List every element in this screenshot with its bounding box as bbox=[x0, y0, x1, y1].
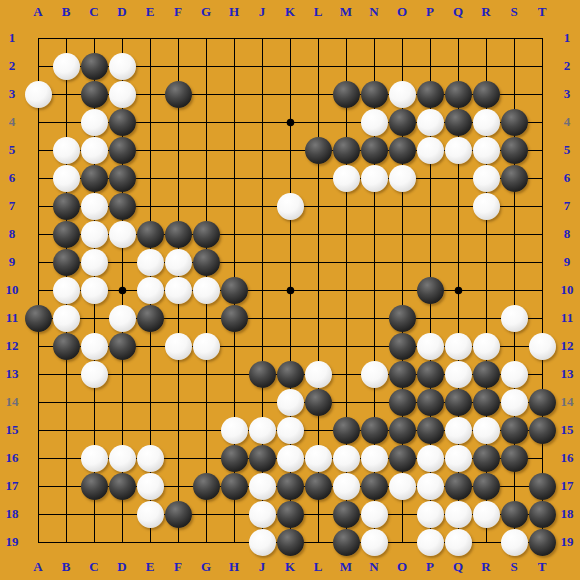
intersection[interactable] bbox=[136, 416, 164, 444]
intersection[interactable] bbox=[248, 220, 276, 248]
intersection[interactable] bbox=[360, 24, 388, 52]
intersection[interactable] bbox=[500, 24, 528, 52]
intersection[interactable] bbox=[528, 80, 556, 108]
intersection[interactable] bbox=[276, 472, 304, 500]
intersection[interactable] bbox=[472, 388, 500, 416]
intersection[interactable] bbox=[192, 276, 220, 304]
intersection[interactable] bbox=[248, 192, 276, 220]
intersection[interactable] bbox=[248, 108, 276, 136]
intersection[interactable] bbox=[24, 388, 52, 416]
intersection[interactable] bbox=[220, 80, 248, 108]
intersection[interactable] bbox=[472, 192, 500, 220]
intersection[interactable] bbox=[80, 304, 108, 332]
intersection[interactable] bbox=[80, 136, 108, 164]
intersection[interactable] bbox=[248, 164, 276, 192]
intersection[interactable] bbox=[108, 136, 136, 164]
intersection[interactable] bbox=[164, 276, 192, 304]
intersection[interactable] bbox=[80, 416, 108, 444]
intersection[interactable] bbox=[444, 416, 472, 444]
intersection[interactable] bbox=[80, 528, 108, 556]
intersection[interactable] bbox=[136, 360, 164, 388]
intersection[interactable] bbox=[52, 332, 80, 360]
intersection[interactable] bbox=[80, 80, 108, 108]
intersection[interactable] bbox=[276, 24, 304, 52]
intersection[interactable] bbox=[304, 444, 332, 472]
intersection[interactable] bbox=[52, 108, 80, 136]
intersection[interactable] bbox=[80, 220, 108, 248]
intersection[interactable] bbox=[192, 80, 220, 108]
intersection[interactable] bbox=[80, 248, 108, 276]
intersection[interactable] bbox=[164, 444, 192, 472]
intersection[interactable] bbox=[192, 24, 220, 52]
intersection[interactable] bbox=[360, 444, 388, 472]
intersection[interactable] bbox=[248, 52, 276, 80]
intersection[interactable] bbox=[108, 52, 136, 80]
intersection[interactable] bbox=[276, 192, 304, 220]
intersection[interactable] bbox=[528, 276, 556, 304]
intersection[interactable] bbox=[388, 192, 416, 220]
intersection[interactable] bbox=[276, 528, 304, 556]
intersection[interactable] bbox=[192, 248, 220, 276]
intersection[interactable] bbox=[192, 472, 220, 500]
intersection[interactable] bbox=[192, 332, 220, 360]
intersection[interactable] bbox=[164, 332, 192, 360]
intersection[interactable] bbox=[304, 416, 332, 444]
intersection[interactable] bbox=[164, 52, 192, 80]
intersection[interactable] bbox=[276, 108, 304, 136]
intersection[interactable] bbox=[52, 500, 80, 528]
intersection[interactable] bbox=[52, 360, 80, 388]
intersection[interactable] bbox=[500, 192, 528, 220]
intersection[interactable] bbox=[248, 360, 276, 388]
intersection[interactable] bbox=[500, 80, 528, 108]
intersection[interactable] bbox=[220, 108, 248, 136]
intersection[interactable] bbox=[332, 164, 360, 192]
intersection[interactable] bbox=[276, 276, 304, 304]
intersection[interactable] bbox=[164, 416, 192, 444]
intersection[interactable] bbox=[52, 472, 80, 500]
intersection[interactable] bbox=[276, 248, 304, 276]
intersection[interactable] bbox=[192, 192, 220, 220]
intersection[interactable] bbox=[528, 416, 556, 444]
intersection[interactable] bbox=[220, 500, 248, 528]
intersection[interactable] bbox=[332, 136, 360, 164]
intersection[interactable] bbox=[108, 164, 136, 192]
intersection[interactable] bbox=[528, 24, 556, 52]
intersection[interactable] bbox=[332, 332, 360, 360]
intersection[interactable] bbox=[416, 472, 444, 500]
intersection[interactable] bbox=[444, 444, 472, 472]
intersection[interactable] bbox=[416, 360, 444, 388]
intersection[interactable] bbox=[220, 444, 248, 472]
intersection[interactable] bbox=[192, 52, 220, 80]
intersection[interactable] bbox=[192, 388, 220, 416]
intersection[interactable] bbox=[136, 80, 164, 108]
intersection[interactable] bbox=[304, 108, 332, 136]
intersection[interactable] bbox=[500, 52, 528, 80]
intersection[interactable] bbox=[80, 500, 108, 528]
intersection[interactable] bbox=[52, 24, 80, 52]
intersection[interactable] bbox=[220, 360, 248, 388]
intersection[interactable] bbox=[528, 164, 556, 192]
intersection[interactable] bbox=[276, 360, 304, 388]
intersection[interactable] bbox=[304, 52, 332, 80]
intersection[interactable] bbox=[220, 220, 248, 248]
intersection[interactable] bbox=[472, 80, 500, 108]
intersection[interactable] bbox=[360, 164, 388, 192]
intersection[interactable] bbox=[108, 472, 136, 500]
intersection[interactable] bbox=[388, 528, 416, 556]
intersection[interactable] bbox=[80, 472, 108, 500]
intersection[interactable] bbox=[528, 192, 556, 220]
intersection[interactable] bbox=[220, 304, 248, 332]
intersection[interactable] bbox=[500, 416, 528, 444]
intersection[interactable] bbox=[220, 276, 248, 304]
intersection[interactable] bbox=[80, 444, 108, 472]
intersection[interactable] bbox=[136, 164, 164, 192]
intersection[interactable] bbox=[52, 416, 80, 444]
intersection[interactable] bbox=[416, 108, 444, 136]
intersection[interactable] bbox=[304, 472, 332, 500]
intersection[interactable] bbox=[332, 444, 360, 472]
intersection[interactable] bbox=[248, 500, 276, 528]
intersection[interactable] bbox=[108, 80, 136, 108]
intersection[interactable] bbox=[220, 192, 248, 220]
intersection[interactable] bbox=[360, 416, 388, 444]
intersection[interactable] bbox=[164, 136, 192, 164]
intersection[interactable] bbox=[248, 80, 276, 108]
intersection[interactable] bbox=[136, 276, 164, 304]
intersection[interactable] bbox=[416, 220, 444, 248]
intersection[interactable] bbox=[136, 388, 164, 416]
intersection[interactable] bbox=[220, 416, 248, 444]
intersection[interactable] bbox=[108, 360, 136, 388]
intersection[interactable] bbox=[136, 528, 164, 556]
intersection[interactable] bbox=[472, 360, 500, 388]
intersection[interactable] bbox=[276, 164, 304, 192]
intersection[interactable] bbox=[276, 136, 304, 164]
intersection[interactable] bbox=[388, 444, 416, 472]
intersection[interactable] bbox=[472, 52, 500, 80]
intersection[interactable] bbox=[248, 276, 276, 304]
intersection[interactable] bbox=[108, 220, 136, 248]
intersection[interactable] bbox=[164, 500, 192, 528]
intersection[interactable] bbox=[360, 192, 388, 220]
intersection[interactable] bbox=[220, 248, 248, 276]
intersection[interactable] bbox=[24, 248, 52, 276]
intersection[interactable] bbox=[388, 332, 416, 360]
intersection[interactable] bbox=[108, 108, 136, 136]
intersection[interactable] bbox=[164, 304, 192, 332]
intersection[interactable] bbox=[444, 164, 472, 192]
intersection[interactable] bbox=[528, 248, 556, 276]
intersection[interactable] bbox=[332, 528, 360, 556]
intersection[interactable] bbox=[164, 248, 192, 276]
intersection[interactable] bbox=[360, 80, 388, 108]
intersection[interactable] bbox=[136, 500, 164, 528]
intersection[interactable] bbox=[416, 164, 444, 192]
intersection[interactable] bbox=[388, 220, 416, 248]
intersection[interactable] bbox=[248, 304, 276, 332]
intersection[interactable] bbox=[500, 472, 528, 500]
intersection[interactable] bbox=[192, 304, 220, 332]
intersection[interactable] bbox=[388, 24, 416, 52]
intersection[interactable] bbox=[360, 500, 388, 528]
intersection[interactable] bbox=[52, 192, 80, 220]
intersection[interactable] bbox=[248, 444, 276, 472]
intersection[interactable] bbox=[360, 136, 388, 164]
intersection[interactable] bbox=[24, 24, 52, 52]
intersection[interactable] bbox=[388, 136, 416, 164]
intersection[interactable] bbox=[500, 304, 528, 332]
intersection[interactable] bbox=[388, 360, 416, 388]
intersection[interactable] bbox=[248, 24, 276, 52]
intersection[interactable] bbox=[332, 500, 360, 528]
intersection[interactable] bbox=[388, 388, 416, 416]
intersection[interactable] bbox=[164, 528, 192, 556]
intersection[interactable] bbox=[304, 332, 332, 360]
intersection[interactable] bbox=[472, 108, 500, 136]
intersection[interactable] bbox=[136, 192, 164, 220]
intersection[interactable] bbox=[444, 332, 472, 360]
intersection[interactable] bbox=[24, 192, 52, 220]
intersection[interactable] bbox=[108, 24, 136, 52]
intersection[interactable] bbox=[80, 332, 108, 360]
intersection[interactable] bbox=[108, 276, 136, 304]
intersection[interactable] bbox=[164, 220, 192, 248]
intersection[interactable] bbox=[500, 528, 528, 556]
intersection[interactable] bbox=[388, 276, 416, 304]
intersection[interactable] bbox=[528, 444, 556, 472]
intersection[interactable] bbox=[304, 304, 332, 332]
intersection[interactable] bbox=[360, 108, 388, 136]
intersection[interactable] bbox=[332, 304, 360, 332]
intersection[interactable] bbox=[52, 248, 80, 276]
intersection[interactable] bbox=[472, 332, 500, 360]
intersection[interactable] bbox=[52, 164, 80, 192]
intersection[interactable] bbox=[500, 360, 528, 388]
intersection[interactable] bbox=[416, 444, 444, 472]
intersection[interactable] bbox=[304, 500, 332, 528]
intersection[interactable] bbox=[388, 80, 416, 108]
intersection[interactable] bbox=[472, 164, 500, 192]
intersection[interactable] bbox=[416, 276, 444, 304]
intersection[interactable] bbox=[304, 388, 332, 416]
intersection[interactable] bbox=[52, 276, 80, 304]
intersection[interactable] bbox=[388, 108, 416, 136]
intersection[interactable] bbox=[528, 500, 556, 528]
intersection[interactable] bbox=[52, 220, 80, 248]
intersection[interactable] bbox=[52, 444, 80, 472]
intersection[interactable] bbox=[388, 248, 416, 276]
intersection[interactable] bbox=[388, 304, 416, 332]
intersection[interactable] bbox=[108, 500, 136, 528]
intersection[interactable] bbox=[360, 360, 388, 388]
intersection[interactable] bbox=[388, 472, 416, 500]
intersection[interactable] bbox=[388, 52, 416, 80]
intersection[interactable] bbox=[24, 416, 52, 444]
intersection[interactable] bbox=[332, 388, 360, 416]
intersection[interactable] bbox=[248, 528, 276, 556]
intersection[interactable] bbox=[192, 164, 220, 192]
intersection[interactable] bbox=[416, 248, 444, 276]
intersection[interactable] bbox=[136, 332, 164, 360]
intersection[interactable] bbox=[444, 220, 472, 248]
intersection[interactable] bbox=[304, 360, 332, 388]
intersection[interactable] bbox=[164, 24, 192, 52]
intersection[interactable] bbox=[24, 220, 52, 248]
intersection[interactable] bbox=[332, 276, 360, 304]
intersection[interactable] bbox=[24, 108, 52, 136]
intersection[interactable] bbox=[304, 136, 332, 164]
intersection[interactable] bbox=[24, 500, 52, 528]
intersection[interactable] bbox=[80, 52, 108, 80]
intersection[interactable] bbox=[276, 220, 304, 248]
intersection[interactable] bbox=[472, 136, 500, 164]
intersection[interactable] bbox=[24, 528, 52, 556]
intersection[interactable] bbox=[500, 388, 528, 416]
intersection[interactable] bbox=[444, 276, 472, 304]
intersection[interactable] bbox=[24, 444, 52, 472]
intersection[interactable] bbox=[80, 192, 108, 220]
intersection[interactable] bbox=[416, 24, 444, 52]
intersection[interactable] bbox=[444, 136, 472, 164]
intersection[interactable] bbox=[80, 276, 108, 304]
intersection[interactable] bbox=[360, 248, 388, 276]
intersection[interactable] bbox=[444, 500, 472, 528]
intersection[interactable] bbox=[388, 416, 416, 444]
intersection[interactable] bbox=[332, 192, 360, 220]
intersection[interactable] bbox=[276, 388, 304, 416]
intersection[interactable] bbox=[500, 136, 528, 164]
intersection[interactable] bbox=[444, 304, 472, 332]
intersection[interactable] bbox=[276, 332, 304, 360]
intersection[interactable] bbox=[304, 248, 332, 276]
intersection[interactable] bbox=[24, 332, 52, 360]
intersection[interactable] bbox=[500, 164, 528, 192]
intersection[interactable] bbox=[52, 528, 80, 556]
intersection[interactable] bbox=[472, 304, 500, 332]
intersection[interactable] bbox=[164, 472, 192, 500]
intersection[interactable] bbox=[360, 528, 388, 556]
intersection[interactable] bbox=[220, 136, 248, 164]
intersection[interactable] bbox=[108, 416, 136, 444]
intersection[interactable] bbox=[248, 136, 276, 164]
intersection[interactable] bbox=[136, 136, 164, 164]
intersection[interactable] bbox=[304, 24, 332, 52]
intersection[interactable] bbox=[444, 472, 472, 500]
intersection[interactable] bbox=[332, 24, 360, 52]
intersection[interactable] bbox=[276, 80, 304, 108]
intersection[interactable] bbox=[52, 304, 80, 332]
intersection[interactable] bbox=[360, 332, 388, 360]
intersection[interactable] bbox=[500, 444, 528, 472]
intersection[interactable] bbox=[136, 24, 164, 52]
intersection[interactable] bbox=[500, 220, 528, 248]
intersection[interactable] bbox=[416, 80, 444, 108]
intersection[interactable] bbox=[332, 360, 360, 388]
intersection[interactable] bbox=[388, 164, 416, 192]
intersection[interactable] bbox=[136, 444, 164, 472]
intersection[interactable] bbox=[108, 192, 136, 220]
intersection[interactable] bbox=[444, 360, 472, 388]
intersection[interactable] bbox=[304, 528, 332, 556]
intersection[interactable] bbox=[276, 444, 304, 472]
intersection[interactable] bbox=[24, 472, 52, 500]
intersection[interactable] bbox=[52, 52, 80, 80]
intersection[interactable] bbox=[220, 24, 248, 52]
intersection[interactable] bbox=[332, 416, 360, 444]
intersection[interactable] bbox=[52, 388, 80, 416]
intersection[interactable] bbox=[500, 248, 528, 276]
intersection[interactable] bbox=[276, 416, 304, 444]
intersection[interactable] bbox=[528, 304, 556, 332]
intersection[interactable] bbox=[360, 276, 388, 304]
intersection[interactable] bbox=[248, 248, 276, 276]
intersection[interactable] bbox=[500, 276, 528, 304]
intersection[interactable] bbox=[528, 360, 556, 388]
intersection[interactable] bbox=[528, 388, 556, 416]
intersection[interactable] bbox=[472, 248, 500, 276]
intersection[interactable] bbox=[52, 80, 80, 108]
intersection[interactable] bbox=[248, 416, 276, 444]
intersection[interactable] bbox=[80, 24, 108, 52]
intersection[interactable] bbox=[416, 416, 444, 444]
intersection[interactable] bbox=[416, 304, 444, 332]
intersection[interactable] bbox=[220, 164, 248, 192]
intersection[interactable] bbox=[528, 52, 556, 80]
intersection[interactable] bbox=[108, 388, 136, 416]
intersection[interactable] bbox=[220, 472, 248, 500]
intersection[interactable] bbox=[164, 108, 192, 136]
intersection[interactable] bbox=[304, 192, 332, 220]
intersection[interactable] bbox=[276, 304, 304, 332]
intersection[interactable] bbox=[52, 136, 80, 164]
intersection[interactable] bbox=[24, 52, 52, 80]
intersection[interactable] bbox=[192, 500, 220, 528]
intersection[interactable] bbox=[136, 52, 164, 80]
intersection[interactable] bbox=[80, 108, 108, 136]
intersection[interactable] bbox=[332, 248, 360, 276]
intersection[interactable] bbox=[136, 248, 164, 276]
intersection[interactable] bbox=[108, 444, 136, 472]
intersection[interactable] bbox=[332, 472, 360, 500]
intersection[interactable] bbox=[220, 52, 248, 80]
intersection[interactable] bbox=[416, 528, 444, 556]
intersection[interactable] bbox=[136, 472, 164, 500]
intersection[interactable] bbox=[136, 108, 164, 136]
intersection[interactable] bbox=[528, 220, 556, 248]
intersection[interactable] bbox=[304, 164, 332, 192]
intersection[interactable] bbox=[192, 360, 220, 388]
intersection[interactable] bbox=[444, 108, 472, 136]
intersection[interactable] bbox=[80, 360, 108, 388]
intersection[interactable] bbox=[416, 388, 444, 416]
intersection[interactable] bbox=[276, 52, 304, 80]
intersection[interactable] bbox=[220, 388, 248, 416]
intersection[interactable] bbox=[24, 80, 52, 108]
intersection[interactable] bbox=[192, 220, 220, 248]
intersection[interactable] bbox=[444, 528, 472, 556]
intersection[interactable] bbox=[304, 220, 332, 248]
intersection[interactable] bbox=[24, 164, 52, 192]
intersection[interactable] bbox=[360, 220, 388, 248]
intersection[interactable] bbox=[164, 80, 192, 108]
intersection[interactable] bbox=[248, 388, 276, 416]
intersection[interactable] bbox=[472, 500, 500, 528]
intersection[interactable] bbox=[528, 108, 556, 136]
intersection[interactable] bbox=[304, 276, 332, 304]
